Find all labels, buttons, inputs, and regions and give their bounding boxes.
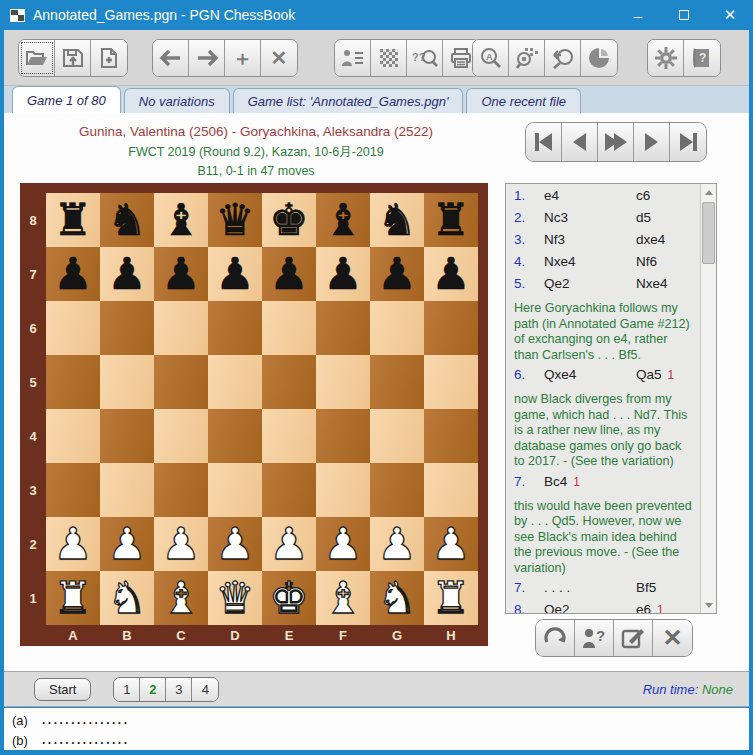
black-move[interactable]: Nf6 <box>636 254 657 269</box>
black-move[interactable]: Bf5 <box>636 580 656 595</box>
white-pawn-piece: ♟ <box>431 517 470 571</box>
rank-label: 1 <box>20 571 46 625</box>
square-f4[interactable] <box>316 409 370 463</box>
move-number: 3. <box>514 232 544 247</box>
square-d6[interactable] <box>208 301 262 355</box>
new-file-icon[interactable] <box>91 40 127 76</box>
square-g6[interactable] <box>370 301 424 355</box>
tab-variations[interactable]: No variations <box>124 88 230 113</box>
white-move[interactable]: e4 <box>544 188 636 203</box>
square-f3[interactable] <box>316 463 370 517</box>
square-a1[interactable]: ♜ <box>46 571 100 625</box>
edit-icon[interactable] <box>614 620 653 656</box>
move-number: 6. <box>514 367 544 382</box>
move-list: 1.e4c62.Nc3d53.Nf3dxe44.Nxe4Nf65.Qe2Nxe4… <box>506 186 699 613</box>
scroll-thumb[interactable] <box>702 202 715 264</box>
file-label: A <box>46 625 100 646</box>
white-move[interactable]: Nf3 <box>544 232 636 247</box>
move-nag: 1 <box>573 475 580 489</box>
black-move[interactable]: Nxe4 <box>636 276 668 291</box>
square-c6[interactable] <box>154 301 208 355</box>
white-move[interactable]: Nxe4 <box>544 254 636 269</box>
black-pawn-piece: ♟ <box>53 247 92 301</box>
close-x-icon[interactable]: ✕ <box>653 620 692 656</box>
last-move-icon[interactable] <box>670 123 706 161</box>
square-e1[interactable]: ♚ <box>262 571 316 625</box>
save-icon[interactable] <box>55 40 91 76</box>
move-row: 2.Nc3d5 <box>514 210 699 232</box>
black-pawn-piece: ♟ <box>107 247 146 301</box>
search-back-icon[interactable] <box>545 40 581 76</box>
search-a-icon[interactable]: A <box>473 40 509 76</box>
move-number: 1. <box>514 188 544 203</box>
move-row: 8.Qe2e61 <box>514 602 699 613</box>
file-label: H <box>424 625 478 646</box>
black-knight-piece: ♞ <box>107 193 146 247</box>
move-number: 4. <box>514 254 544 269</box>
square-f6[interactable] <box>316 301 370 355</box>
white-move[interactable]: Qxe4 <box>544 367 636 382</box>
square-c5[interactable] <box>154 355 208 409</box>
move-row: 5.Qe2Nxe4 <box>514 276 699 298</box>
square-d2[interactable]: ♟ <box>208 517 262 571</box>
square-b5[interactable] <box>100 355 154 409</box>
square-g3[interactable] <box>370 463 424 517</box>
square-h2[interactable]: ♟ <box>424 517 478 571</box>
scrollbar[interactable] <box>700 184 716 613</box>
white-move[interactable]: Qe2 <box>544 602 636 613</box>
square-e4[interactable] <box>262 409 316 463</box>
notes-area: (a) ............... (b) ............... <box>4 708 749 750</box>
tab-game-list[interactable]: Game list: 'Annotated_Games.pgn' <box>233 88 464 113</box>
rank-label: 7 <box>20 247 46 301</box>
file-label: D <box>208 625 262 646</box>
maximize-icon[interactable] <box>661 0 707 30</box>
move-number: 5. <box>514 276 544 291</box>
bottom-bar: Start 1234 Run time: None <box>4 671 749 707</box>
file-label: B <box>100 625 154 646</box>
square-b7[interactable]: ♟ <box>100 247 154 301</box>
move-row: 3.Nf3dxe4 <box>514 232 699 254</box>
square-f2[interactable]: ♟ <box>316 517 370 571</box>
white-rook-piece: ♜ <box>431 571 470 625</box>
square-e5[interactable] <box>262 355 316 409</box>
file-label: F <box>316 625 370 646</box>
arrow-right-icon[interactable] <box>189 40 225 76</box>
tab-recent-file[interactable]: One recent file <box>466 88 581 113</box>
page-button-2[interactable]: 2 <box>140 678 166 701</box>
move-number: 8. <box>514 602 544 613</box>
square-c8[interactable]: ♝ <box>154 193 208 247</box>
start-button[interactable]: Start <box>34 678 91 701</box>
square-b2[interactable]: ♟ <box>100 517 154 571</box>
title-bar: Annotated_Games.pgn - PGN ChessBook – ✕ <box>0 0 753 30</box>
move-nag: 1 <box>668 368 675 382</box>
page-selector: 1234 <box>113 677 219 702</box>
square-a6[interactable] <box>46 301 100 355</box>
rank-label: 2 <box>20 517 46 571</box>
rank-label: 5 <box>20 355 46 409</box>
arrow-left-icon[interactable] <box>153 40 189 76</box>
square-b1[interactable]: ♞ <box>100 571 154 625</box>
move-row: 7.. . . .Bf5 <box>514 580 699 602</box>
square-g4[interactable] <box>370 409 424 463</box>
black-pawn-piece: ♟ <box>269 247 308 301</box>
square-e7[interactable]: ♟ <box>262 247 316 301</box>
square-d4[interactable] <box>208 409 262 463</box>
square-c1[interactable]: ♝ <box>154 571 208 625</box>
black-move[interactable]: dxe4 <box>636 232 665 247</box>
minimize-icon[interactable]: – <box>615 0 661 30</box>
white-queen-piece: ♛ <box>215 571 254 625</box>
page-button-4[interactable]: 4 <box>192 678 218 701</box>
close-icon[interactable]: ✕ <box>707 0 753 30</box>
white-knight-piece: ♞ <box>377 571 416 625</box>
black-queen-piece: ♛ <box>215 193 254 247</box>
file-label: C <box>154 625 208 646</box>
square-h6[interactable] <box>424 301 478 355</box>
square-d8[interactable]: ♛ <box>208 193 262 247</box>
square-e8[interactable]: ♚ <box>262 193 316 247</box>
black-pawn-piece: ♟ <box>161 247 200 301</box>
white-pawn-piece: ♟ <box>377 517 416 571</box>
player-list-icon[interactable] <box>335 40 371 76</box>
square-a7[interactable]: ♟ <box>46 247 100 301</box>
black-move[interactable]: e61 <box>636 602 664 613</box>
move-row: 6.Qxe4Qa51 <box>514 367 699 389</box>
query-search-icon[interactable]: ?? <box>407 40 443 76</box>
svg-text:?: ? <box>699 51 706 65</box>
square-h3[interactable] <box>424 463 478 517</box>
move-row: 7.Bc41 <box>514 474 699 496</box>
page-button-1[interactable]: 1 <box>114 678 140 701</box>
open-folder-icon[interactable] <box>19 40 55 76</box>
white-pawn-piece: ♟ <box>53 517 92 571</box>
panel-actions: ? ✕ <box>535 619 693 657</box>
black-pawn-piece: ♟ <box>323 247 362 301</box>
players-line: Gunina, Valentina (2506) - Goryachkina, … <box>10 124 502 139</box>
white-move[interactable]: . . . . <box>544 580 636 595</box>
square-b3[interactable] <box>100 463 154 517</box>
prev-move-icon[interactable] <box>562 123 598 161</box>
square-e3[interactable] <box>262 463 316 517</box>
square-f8[interactable]: ♝ <box>316 193 370 247</box>
first-move-icon[interactable] <box>526 123 562 161</box>
app-icon <box>10 9 25 22</box>
square-f7[interactable]: ♟ <box>316 247 370 301</box>
player-question-icon[interactable]: ? <box>575 620 614 656</box>
svg-text:A: A <box>486 52 493 62</box>
event-line: FWCT 2019 (Round 9.2), Kazan, 10-6月-2019 <box>10 144 502 161</box>
white-pawn-piece: ♟ <box>161 517 200 571</box>
white-bishop-piece: ♝ <box>323 571 362 625</box>
square-e6[interactable] <box>262 301 316 355</box>
square-g1[interactable]: ♞ <box>370 571 424 625</box>
move-row: 1.e4c6 <box>514 188 699 210</box>
delete-x-icon[interactable]: ✕ <box>261 40 297 76</box>
note-row-a: (a) ............... <box>12 710 749 730</box>
chess-board: 87654321♜♞♝♛♚♝♞♜♟♟♟♟♟♟♟♟♟♟♟♟♟♟♟♟♜♞♝♛♚♝♞♜… <box>20 183 488 646</box>
square-a8[interactable]: ♜ <box>46 193 100 247</box>
result-line: B11, 0-1 in 47 moves <box>10 164 502 178</box>
black-knight-piece: ♞ <box>377 193 416 247</box>
square-a3[interactable] <box>46 463 100 517</box>
square-c7[interactable]: ♟ <box>154 247 208 301</box>
white-bishop-piece: ♝ <box>161 571 200 625</box>
square-a2[interactable]: ♟ <box>46 517 100 571</box>
black-pawn-piece: ♟ <box>215 247 254 301</box>
white-king-piece: ♚ <box>269 571 308 625</box>
rank-label: 6 <box>20 301 46 355</box>
square-b6[interactable] <box>100 301 154 355</box>
square-d5[interactable] <box>208 355 262 409</box>
rank-label: 8 <box>20 193 46 247</box>
move-number: 7. <box>514 474 544 489</box>
black-bishop-piece: ♝ <box>323 193 362 247</box>
tab-game[interactable]: Game 1 of 80 <box>12 86 121 113</box>
square-c3[interactable] <box>154 463 208 517</box>
square-d1[interactable]: ♛ <box>208 571 262 625</box>
white-pawn-piece: ♟ <box>107 517 146 571</box>
toolbar: ＋ ✕ ?? A <box>4 30 749 86</box>
move-comment: Here Goryachkina follows my path (in Ann… <box>514 298 699 367</box>
square-h1[interactable]: ♜ <box>424 571 478 625</box>
autoplay-icon[interactable] <box>598 123 634 161</box>
game-header: Gunina, Valentina (2506) - Goryachkina, … <box>10 124 502 178</box>
note-row-b: (b) ............... <box>12 730 749 750</box>
plus-icon[interactable]: ＋ <box>225 40 261 76</box>
help-book-icon[interactable]: ? <box>684 40 720 76</box>
square-a4[interactable] <box>46 409 100 463</box>
move-navigation <box>525 122 707 162</box>
black-move[interactable]: c6 <box>636 188 650 203</box>
move-number: 2. <box>514 210 544 225</box>
file-label: G <box>370 625 424 646</box>
gear-icon[interactable] <box>648 40 684 76</box>
square-c2[interactable]: ♟ <box>154 517 208 571</box>
next-move-icon[interactable] <box>634 123 670 161</box>
pie-chart-icon[interactable] <box>581 40 617 76</box>
square-h7[interactable]: ♟ <box>424 247 478 301</box>
runtime-value: None <box>702 682 733 697</box>
file-label: E <box>262 625 316 646</box>
window-title: Annotated_Games.pgn - PGN ChessBook <box>33 7 295 23</box>
svg-text:?: ? <box>596 627 605 644</box>
runtime-label: Run time: <box>643 682 699 697</box>
rank-label: 3 <box>20 463 46 517</box>
white-move[interactable]: Nc3 <box>544 210 636 225</box>
square-g2[interactable]: ♟ <box>370 517 424 571</box>
white-move[interactable]: Qe2 <box>544 276 636 291</box>
app-window: Annotated_Games.pgn - PGN ChessBook – ✕ <box>0 0 753 755</box>
white-rook-piece: ♜ <box>53 571 92 625</box>
rank-label: 4 <box>20 409 46 463</box>
square-c4[interactable] <box>154 409 208 463</box>
square-g8[interactable]: ♞ <box>370 193 424 247</box>
square-f1[interactable]: ♝ <box>316 571 370 625</box>
white-move[interactable]: Bc41 <box>544 474 636 489</box>
white-pawn-piece: ♟ <box>323 517 362 571</box>
square-a5[interactable] <box>46 355 100 409</box>
square-e2[interactable]: ♟ <box>262 517 316 571</box>
white-pawn-piece: ♟ <box>215 517 254 571</box>
square-d7[interactable]: ♟ <box>208 247 262 301</box>
black-rook-piece: ♜ <box>431 193 470 247</box>
move-comment: this would have been prevented by . . . … <box>514 496 699 581</box>
move-list-panel: 1.e4c62.Nc3d53.Nf3dxe44.Nxe4Nf65.Qe2Nxe4… <box>505 183 717 614</box>
square-d3[interactable] <box>208 463 262 517</box>
white-knight-piece: ♞ <box>107 571 146 625</box>
square-h8[interactable]: ♜ <box>424 193 478 247</box>
scroll-down-icon[interactable] <box>701 597 716 613</box>
white-pawn-piece: ♟ <box>269 517 308 571</box>
square-g7[interactable]: ♟ <box>370 247 424 301</box>
square-b8[interactable]: ♞ <box>100 193 154 247</box>
main-area: Gunina, Valentina (2506) - Goryachkina, … <box>4 113 749 671</box>
square-f5[interactable] <box>316 355 370 409</box>
black-rook-piece: ♜ <box>53 193 92 247</box>
scroll-up-icon[interactable] <box>701 184 716 200</box>
page-button-3[interactable]: 3 <box>166 678 192 701</box>
black-pawn-piece: ♟ <box>431 247 470 301</box>
move-number: 7. <box>514 580 544 595</box>
move-row: 4.Nxe4Nf6 <box>514 254 699 276</box>
black-move[interactable]: d5 <box>636 210 651 225</box>
board-icon[interactable] <box>371 40 407 76</box>
black-king-piece: ♚ <box>269 193 308 247</box>
black-pawn-piece: ♟ <box>377 247 416 301</box>
square-h5[interactable] <box>424 355 478 409</box>
runtime-status: Run time: None <box>643 682 733 697</box>
search-position-icon[interactable] <box>509 40 545 76</box>
black-bishop-piece: ♝ <box>161 193 200 247</box>
move-comment: now Black diverges from my game, which h… <box>514 389 699 474</box>
square-b4[interactable] <box>100 409 154 463</box>
tab-bar: Game 1 of 80 No variations Game list: 'A… <box>4 86 749 113</box>
rotate-board-icon[interactable] <box>536 620 575 656</box>
move-nag: 1 <box>657 603 664 613</box>
square-h4[interactable] <box>424 409 478 463</box>
square-g5[interactable] <box>370 355 424 409</box>
black-move[interactable]: Qa51 <box>636 367 674 382</box>
